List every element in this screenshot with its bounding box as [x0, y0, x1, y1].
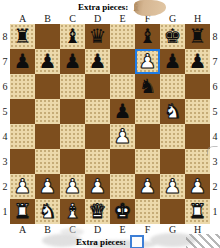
square-a6[interactable] [10, 74, 35, 99]
square-f3[interactable] [135, 149, 160, 174]
file-label-d: D [85, 224, 110, 236]
file-label-c: C [60, 13, 85, 24]
rank-label-8: 8 [210, 24, 220, 49]
file-labels-top: ABCDEFGH [10, 13, 210, 24]
square-f5[interactable] [135, 99, 160, 124]
rank-label-1: 1 [0, 199, 10, 224]
file-label-a: A [10, 224, 35, 236]
white-pawn-a2[interactable]: ♟ [14, 174, 32, 199]
white-pawn-e4[interactable]: ♟ [114, 124, 132, 149]
square-g6[interactable] [160, 74, 185, 99]
square-a4[interactable] [10, 124, 35, 149]
square-e7[interactable] [110, 49, 135, 74]
square-f6[interactable]: ♞ [135, 74, 160, 99]
black-knight-f6[interactable]: ♞ [139, 74, 157, 99]
square-b6[interactable] [35, 74, 60, 99]
rank-label-8: 8 [0, 24, 10, 49]
square-e2[interactable] [110, 174, 135, 199]
square-g3[interactable] [160, 149, 185, 174]
square-e5[interactable]: ♟ [110, 99, 135, 124]
square-e3[interactable] [110, 149, 135, 174]
black-king-g8[interactable]: ♚ [164, 24, 182, 49]
black-rook-h8[interactable]: ♜ [189, 24, 207, 49]
square-d4[interactable] [85, 124, 110, 149]
black-pawn-e5[interactable]: ♟ [114, 99, 132, 124]
square-b4[interactable] [35, 124, 60, 149]
square-f2[interactable]: ♟ [135, 174, 160, 199]
square-h2[interactable]: ♟ [185, 174, 210, 199]
square-h8[interactable]: ♜ [185, 24, 210, 49]
square-d8[interactable]: ♛ [85, 24, 110, 49]
square-c8[interactable]: ♝ [60, 24, 85, 49]
square-h5[interactable] [185, 99, 210, 124]
square-h7[interactable]: ♟ [185, 49, 210, 74]
square-f8[interactable]: ♝ [135, 24, 160, 49]
file-label-g: G [160, 13, 185, 24]
square-d6[interactable] [85, 74, 110, 99]
rank-label-4: 4 [0, 124, 10, 149]
white-knight-g5[interactable]: ♞ [164, 99, 182, 124]
watermark-ghost [60, 228, 84, 236]
white-pawn-b2[interactable]: ♟ [39, 174, 57, 199]
white-queen-d1[interactable]: ♛ [89, 199, 107, 224]
black-pawn-c7[interactable]: ♟ [64, 49, 82, 74]
extra-pieces-bottom-tray: Extra pieces: [0, 236, 220, 248]
square-c4[interactable] [60, 124, 85, 149]
rank-label-2: 2 [210, 174, 220, 199]
square-g4[interactable] [160, 124, 185, 149]
square-b5[interactable] [35, 99, 60, 124]
square-c3[interactable] [60, 149, 85, 174]
file-label-h: H [185, 13, 210, 24]
extra-pieces-top-label: Extra pieces: [78, 2, 128, 12]
black-pawn-g7[interactable]: ♟ [164, 49, 182, 74]
square-h4[interactable] [185, 124, 210, 149]
rank-label-5: 5 [210, 99, 220, 124]
rank-label-7: 7 [210, 49, 220, 74]
square-c1[interactable]: ♝ [60, 199, 85, 224]
file-label-e: E [110, 13, 135, 24]
square-e8[interactable] [110, 24, 135, 49]
square-b8[interactable] [35, 24, 60, 49]
chess-setup-app: Extra pieces: ♝ ABCDEFGH 87654321 ♜♝♛♝♚♜… [0, 0, 220, 248]
square-g1[interactable] [160, 199, 185, 224]
rank-label-3: 3 [0, 149, 10, 174]
rank-label-7: 7 [0, 49, 10, 74]
white-pawn-g2[interactable]: ♟ [164, 174, 182, 199]
white-pawn-f7[interactable]: ♟ [139, 49, 157, 74]
square-c5[interactable] [60, 99, 85, 124]
square-a2[interactable]: ♟ [10, 174, 35, 199]
square-e6[interactable] [110, 74, 135, 99]
white-rook-h1[interactable]: ♜ [189, 199, 207, 224]
black-pawn-b7[interactable]: ♟ [39, 49, 57, 74]
square-d3[interactable] [85, 149, 110, 174]
square-f4[interactable] [135, 124, 160, 149]
square-b2[interactable]: ♟ [35, 174, 60, 199]
square-d1[interactable]: ♛ [85, 199, 110, 224]
square-b3[interactable] [35, 149, 60, 174]
black-pawn-h7[interactable]: ♟ [189, 49, 207, 74]
empty-piece-slot[interactable] [130, 235, 144, 248]
white-pawn-c2[interactable]: ♟ [64, 174, 82, 199]
white-rook-a1[interactable]: ♜ [14, 199, 32, 224]
square-h1[interactable]: ♜ [185, 199, 210, 224]
square-f1[interactable] [135, 199, 160, 224]
square-f7[interactable]: ♟ [135, 49, 160, 74]
rank-labels-right: 87654321 [210, 24, 220, 224]
file-label-d: D [85, 13, 110, 24]
square-g8[interactable]: ♚ [160, 24, 185, 49]
white-knight-b1[interactable]: ♞ [39, 199, 57, 224]
rank-label-2: 2 [0, 174, 10, 199]
white-pawn-h2[interactable]: ♟ [189, 174, 207, 199]
square-g5[interactable]: ♞ [160, 99, 185, 124]
square-g2[interactable]: ♟ [160, 174, 185, 199]
square-d2[interactable]: ♟ [85, 174, 110, 199]
square-e4[interactable]: ♟ [110, 124, 135, 149]
rank-labels-left: 87654321 [0, 24, 10, 224]
square-c6[interactable] [60, 74, 85, 99]
square-a5[interactable] [10, 99, 35, 124]
black-queen-d8[interactable]: ♛ [89, 24, 107, 49]
black-pawn-a7[interactable]: ♟ [14, 49, 32, 74]
white-pawn-d2[interactable]: ♟ [89, 174, 107, 199]
file-label-a: A [10, 13, 35, 24]
white-bishop-c1[interactable]: ♝ [64, 199, 82, 224]
square-b7[interactable]: ♟ [35, 49, 60, 74]
black-pawn-d7[interactable]: ♟ [89, 49, 107, 74]
square-c7[interactable]: ♟ [60, 49, 85, 74]
black-bishop-f8[interactable]: ♝ [139, 24, 157, 49]
board-wrap: 87654321 ♜♝♛♝♚♜♟♟♟♟♟♟♟♞♟♞♟♟♟♟♟♟♟♟♜♞♝♛♚♜ … [0, 24, 220, 224]
rank-label-6: 6 [0, 74, 10, 99]
small-gray-curl-ghost [207, 146, 218, 155]
black-rook-a8[interactable]: ♜ [14, 24, 32, 49]
white-king-e1[interactable]: ♚ [114, 199, 132, 224]
extra-pieces-top-tray: Extra pieces: ♝ [0, 0, 220, 13]
rank-label-6: 6 [210, 74, 220, 99]
extra-pieces-bottom-label: Extra pieces: [76, 237, 126, 247]
rank-label-1: 1 [210, 199, 220, 224]
rank-label-5: 5 [0, 99, 10, 124]
square-a3[interactable] [10, 149, 35, 174]
square-d5[interactable] [85, 99, 110, 124]
square-a1[interactable]: ♜ [10, 199, 35, 224]
white-pawn-f2[interactable]: ♟ [139, 174, 157, 199]
square-c2[interactable]: ♟ [60, 174, 85, 199]
square-h6[interactable] [185, 74, 210, 99]
square-e1[interactable]: ♚ [110, 199, 135, 224]
chess-board[interactable]: ♜♝♛♝♚♜♟♟♟♟♟♟♟♞♟♞♟♟♟♟♟♟♟♟♜♞♝♛♚♜ [10, 24, 210, 224]
square-a7[interactable]: ♟ [10, 49, 35, 74]
square-g7[interactable]: ♟ [160, 49, 185, 74]
square-a8[interactable]: ♜ [10, 24, 35, 49]
file-label-b: B [35, 13, 60, 24]
square-b1[interactable]: ♞ [35, 199, 60, 224]
black-bishop-c8[interactable]: ♝ [64, 24, 82, 49]
square-d7[interactable]: ♟ [85, 49, 110, 74]
